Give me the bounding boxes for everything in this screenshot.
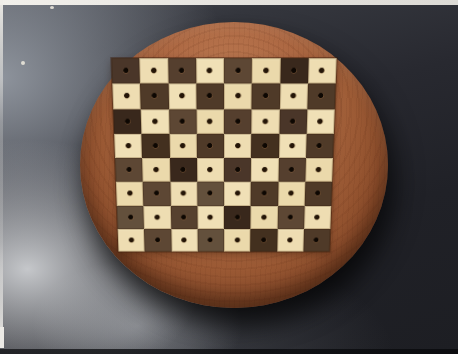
board-square xyxy=(115,158,143,182)
peg-hole xyxy=(179,68,185,74)
peg-hole xyxy=(208,237,214,243)
dust-speck xyxy=(21,61,25,65)
board-square xyxy=(196,58,224,84)
board-square xyxy=(169,134,197,158)
peg-hole xyxy=(124,118,130,124)
board-square xyxy=(252,58,280,84)
board-square xyxy=(171,229,198,252)
board-square xyxy=(113,109,141,134)
board-square xyxy=(112,84,141,109)
peg-hole xyxy=(261,214,267,220)
board-square xyxy=(251,182,278,206)
peg-hole xyxy=(151,93,157,99)
photo-border-notch xyxy=(0,327,4,348)
board-square xyxy=(250,229,277,252)
board-square xyxy=(170,206,197,229)
peg-hole xyxy=(180,118,186,124)
peg-hole xyxy=(235,68,241,74)
board-square xyxy=(224,182,251,206)
board-square xyxy=(305,158,333,182)
peg-hole xyxy=(261,237,267,243)
peg-hole xyxy=(288,214,294,220)
peg-hole xyxy=(262,118,268,124)
board-square xyxy=(224,229,251,252)
peg-hole xyxy=(262,143,268,149)
board-square xyxy=(251,109,279,134)
dust-speck xyxy=(50,6,54,9)
peg-hole xyxy=(151,68,157,74)
board-square xyxy=(304,206,331,229)
peg-hole xyxy=(289,143,295,149)
board-square xyxy=(251,206,278,229)
peg-hole xyxy=(291,68,297,74)
board-square xyxy=(140,84,168,109)
board-square xyxy=(196,109,224,134)
board-square xyxy=(169,109,197,134)
board-square xyxy=(224,58,252,84)
peg-hole xyxy=(261,191,267,197)
board-square xyxy=(252,84,280,109)
board-square xyxy=(277,206,304,229)
board-square xyxy=(114,134,142,158)
peg-hole xyxy=(235,167,241,173)
peg-hole xyxy=(207,93,213,99)
peg-hole xyxy=(317,143,323,149)
board-square xyxy=(303,229,330,252)
board-square xyxy=(197,134,224,158)
photo-border-top xyxy=(0,0,458,5)
peg-hole xyxy=(154,191,160,197)
peg-hole xyxy=(155,237,161,243)
peg-hole xyxy=(315,191,321,197)
board-square xyxy=(279,84,307,109)
peg-hole xyxy=(181,237,187,243)
board-square xyxy=(277,229,304,252)
board-square xyxy=(196,84,224,109)
board-square xyxy=(280,58,309,84)
board-square xyxy=(170,158,197,182)
board-square xyxy=(141,109,169,134)
board-square xyxy=(304,182,332,206)
chessboard-grid xyxy=(111,58,336,251)
board-square xyxy=(140,58,169,84)
peg-hole xyxy=(123,93,129,99)
board-square xyxy=(306,134,334,158)
peg-hole xyxy=(234,214,240,220)
peg-hole xyxy=(290,118,296,124)
board-square xyxy=(142,158,170,182)
peg-hole xyxy=(235,93,241,99)
peg-hole xyxy=(123,68,129,74)
peg-hole xyxy=(208,191,214,197)
board-square xyxy=(224,109,252,134)
board-square xyxy=(144,206,171,229)
photo-of-chessboard xyxy=(0,0,458,354)
peg-hole xyxy=(207,68,213,74)
board-square xyxy=(197,206,224,229)
peg-hole xyxy=(289,167,295,173)
peg-hole xyxy=(234,191,240,197)
peg-hole xyxy=(125,143,131,149)
peg-hole xyxy=(262,167,268,173)
board-square xyxy=(278,158,306,182)
peg-hole xyxy=(180,143,186,149)
peg-hole xyxy=(180,167,186,173)
board-square xyxy=(168,58,196,84)
peg-hole xyxy=(208,214,214,220)
board-square xyxy=(116,182,144,206)
board-square xyxy=(224,206,251,229)
board-square xyxy=(251,158,278,182)
board-square xyxy=(170,182,197,206)
peg-hole xyxy=(179,93,185,99)
peg-hole xyxy=(319,68,325,74)
peg-hole xyxy=(263,68,269,74)
board-square xyxy=(278,182,305,206)
peg-hole xyxy=(263,93,269,99)
peg-hole xyxy=(126,167,132,173)
peg-hole xyxy=(152,118,158,124)
peg-hole xyxy=(207,167,213,173)
peg-hole xyxy=(127,191,133,197)
peg-hole xyxy=(318,93,324,99)
photo-border-left xyxy=(0,0,3,348)
board-square xyxy=(251,134,279,158)
board-square xyxy=(168,84,196,109)
board-square xyxy=(144,229,171,252)
board-square xyxy=(308,58,337,84)
peg-hole xyxy=(234,237,240,243)
peg-hole xyxy=(317,118,323,124)
peg-hole xyxy=(153,143,159,149)
board-square xyxy=(197,158,224,182)
peg-hole xyxy=(153,167,159,173)
board-square xyxy=(224,84,252,109)
board-square xyxy=(142,134,170,158)
board-square xyxy=(118,229,145,252)
peg-hole xyxy=(290,93,296,99)
peg-hole xyxy=(235,143,241,149)
peg-hole xyxy=(207,118,213,124)
peg-hole xyxy=(314,214,320,220)
peg-hole xyxy=(181,214,187,220)
board-square xyxy=(306,109,334,134)
peg-hole xyxy=(207,143,213,149)
peg-hole xyxy=(314,237,320,243)
board-square xyxy=(117,206,144,229)
peg-hole xyxy=(288,191,294,197)
board-square xyxy=(224,158,251,182)
board-square xyxy=(307,84,336,109)
peg-hole xyxy=(316,167,322,173)
board-square xyxy=(279,109,307,134)
peg-hole xyxy=(128,237,134,243)
peg-hole xyxy=(181,191,187,197)
peg-hole xyxy=(235,118,241,124)
peg-hole xyxy=(127,214,133,220)
peg-hole xyxy=(287,237,293,243)
board-square xyxy=(224,134,251,158)
peg-hole xyxy=(154,214,160,220)
board-square xyxy=(111,58,140,84)
board-square xyxy=(197,182,224,206)
board-square xyxy=(279,134,307,158)
board-square xyxy=(143,182,170,206)
board-square xyxy=(197,229,224,252)
photo-border-bottom xyxy=(0,349,458,354)
